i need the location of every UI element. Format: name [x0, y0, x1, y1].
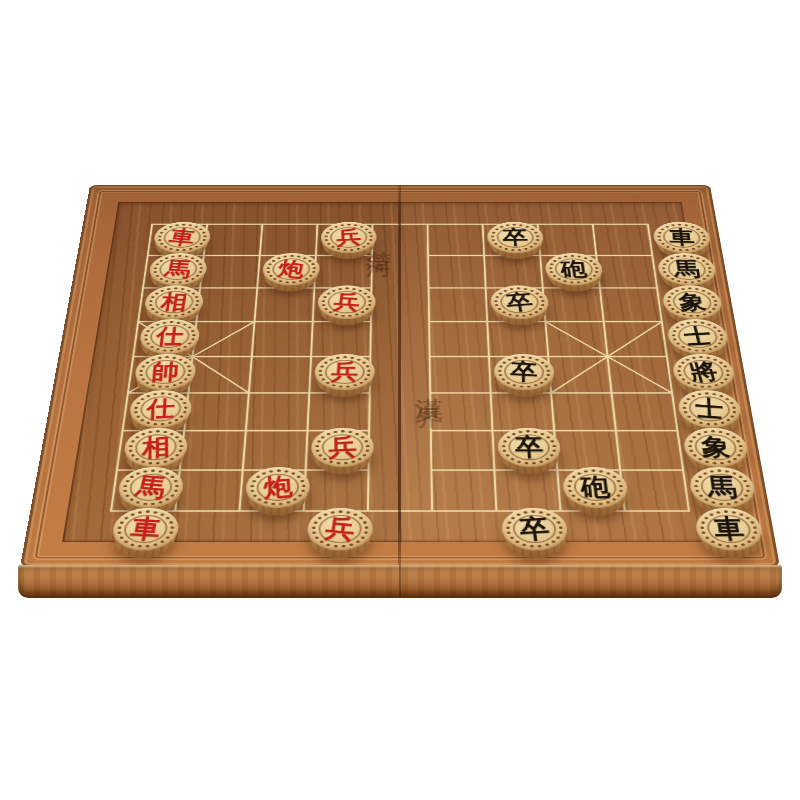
- piece-red-advisor[interactable]: 仕: [138, 319, 201, 354]
- product-photo-scene: 楚河 漢界 車兵卒車馬炮砲馬相兵卒象仕士帥兵卒將仕士相兵卒象馬炮砲馬車兵卒車: [0, 0, 800, 800]
- piece-black-soldier[interactable]: 卒: [493, 354, 555, 390]
- piece-top-face: 卒: [490, 285, 550, 319]
- piece-character: 馬: [706, 475, 738, 500]
- piece-top-face: 卒: [493, 354, 555, 390]
- piece-black-general[interactable]: 將: [671, 354, 737, 390]
- piece-character: 將: [687, 360, 720, 384]
- piece-character: 馬: [672, 259, 701, 278]
- piece-black-soldier[interactable]: 卒: [487, 222, 545, 253]
- piece-black-soldier[interactable]: 卒: [501, 508, 569, 551]
- piece-character: 卒: [510, 360, 538, 383]
- piece-character: 帥: [151, 361, 180, 383]
- piece-character: 兵: [332, 291, 361, 313]
- piece-red-chariot[interactable]: 車: [152, 222, 211, 253]
- pieces-layer: 車兵卒車馬炮砲馬相兵卒象仕士帥兵卒將仕士相兵卒象馬炮砲馬車兵卒車: [103, 220, 696, 518]
- piece-character: 卒: [505, 291, 535, 313]
- piece-black-chariot[interactable]: 車: [693, 508, 765, 551]
- piece-character: 車: [712, 516, 746, 542]
- piece-character: 炮: [263, 474, 293, 501]
- piece-black-advisor[interactable]: 士: [676, 390, 743, 428]
- piece-character: 卒: [514, 436, 544, 460]
- piece-red-chariot[interactable]: 車: [110, 508, 180, 551]
- piece-red-elephant[interactable]: 相: [122, 428, 189, 467]
- piece-red-cannon[interactable]: 炮: [245, 467, 311, 508]
- piece-red-elephant[interactable]: 相: [143, 285, 205, 319]
- piece-black-soldier[interactable]: 卒: [490, 285, 550, 319]
- piece-top-face: 兵: [320, 222, 376, 253]
- piece-character: 象: [677, 292, 707, 313]
- piece-black-cannon[interactable]: 砲: [562, 467, 629, 508]
- piece-character: 仕: [155, 326, 184, 347]
- piece-character: 卒: [518, 515, 551, 542]
- piece-character: 仕: [146, 397, 175, 421]
- board-front-edge: [18, 565, 782, 598]
- piece-black-chariot[interactable]: 車: [652, 222, 713, 253]
- board-surface: 楚河 漢界 車兵卒車馬炮砲馬相兵卒象仕士帥兵卒將仕士相兵卒象馬炮砲馬車兵卒車: [62, 202, 738, 542]
- piece-character: 車: [129, 516, 163, 543]
- piece-character: 兵: [328, 435, 357, 460]
- piece-character: 馬: [134, 474, 168, 501]
- piece-red-horse[interactable]: 馬: [148, 253, 209, 285]
- piece-red-horse[interactable]: 馬: [116, 467, 185, 508]
- piece-red-soldier[interactable]: 兵: [311, 428, 374, 467]
- piece-black-elephant[interactable]: 象: [682, 428, 751, 467]
- piece-red-soldier[interactable]: 兵: [317, 285, 376, 319]
- piece-black-horse[interactable]: 馬: [687, 467, 757, 508]
- xiangqi-board: 楚河 漢界 車兵卒車馬炮砲馬相兵卒象仕士帥兵卒將仕士相兵卒象馬炮砲馬車兵卒車: [20, 185, 780, 567]
- front-fold-seam: [399, 565, 401, 598]
- piece-top-face: 兵: [317, 285, 376, 319]
- piece-black-elephant[interactable]: 象: [661, 285, 724, 319]
- piece-red-soldier[interactable]: 兵: [314, 354, 375, 390]
- piece-character: 砲: [579, 475, 611, 500]
- piece-black-horse[interactable]: 馬: [656, 253, 718, 285]
- piece-black-soldier[interactable]: 卒: [497, 428, 562, 467]
- piece-red-soldier[interactable]: 兵: [307, 508, 373, 551]
- piece-character: 相: [159, 292, 188, 313]
- piece-top-face: 卒: [487, 222, 545, 253]
- piece-red-advisor[interactable]: 仕: [128, 390, 194, 428]
- piece-character: 兵: [331, 361, 359, 383]
- piece-character: 兵: [324, 515, 357, 543]
- piece-character: 兵: [336, 227, 362, 247]
- piece-character: 相: [142, 434, 171, 460]
- piece-character: 馬: [163, 259, 193, 280]
- piece-character: 卒: [502, 228, 529, 247]
- piece-red-general[interactable]: 帥: [133, 354, 197, 390]
- piece-black-cannon[interactable]: 砲: [544, 253, 604, 285]
- piece-character: 炮: [277, 258, 306, 279]
- piece-character: 車: [668, 228, 695, 247]
- piece-character: 士: [682, 325, 714, 347]
- piece-red-cannon[interactable]: 炮: [262, 253, 320, 285]
- piece-character: 士: [695, 397, 724, 421]
- piece-black-advisor[interactable]: 士: [666, 319, 730, 354]
- piece-red-soldier[interactable]: 兵: [320, 222, 376, 253]
- piece-character: 砲: [560, 259, 588, 279]
- piece-character: 車: [167, 227, 197, 248]
- piece-character: 象: [700, 435, 731, 460]
